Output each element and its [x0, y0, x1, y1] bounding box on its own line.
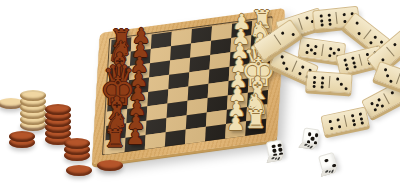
die-pip [315, 133, 319, 137]
product-photo: ♜♞♝♛♚♝♞♜♟♟♟♟♟♟♟♟♟♟♟♟♟♟♟♟♜♞♝♛♚♝♞♜ [0, 0, 400, 186]
die [301, 127, 321, 150]
die-pip [273, 149, 277, 153]
die-side-face [297, 142, 317, 150]
die-pip [278, 148, 282, 152]
die-side-pip [331, 170, 334, 174]
die [266, 139, 286, 163]
die-pip [324, 158, 328, 162]
die-side-pip [309, 146, 313, 149]
die-pip [311, 137, 315, 141]
die-side-pip [277, 157, 281, 160]
dice-group [0, 0, 400, 186]
die [318, 152, 340, 177]
